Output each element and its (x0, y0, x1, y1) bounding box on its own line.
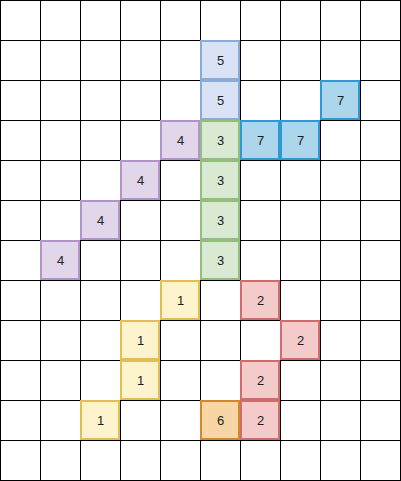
grid-cell-r6c4[interactable] (161, 241, 201, 281)
cell-number: 2 (257, 293, 264, 308)
cell-number: 4 (137, 173, 144, 188)
grid-cell-r0c9[interactable] (361, 1, 401, 41)
grid-cell-r7c4[interactable]: 1 (161, 281, 201, 321)
grid-cell-r6c0[interactable] (1, 241, 41, 281)
grid-cell-r9c2[interactable] (81, 361, 121, 401)
cell-number: 3 (217, 253, 224, 268)
grid-cell-r2c8[interactable]: 7 (321, 81, 361, 121)
grid-cell-r10c9[interactable] (361, 401, 401, 441)
cell-number: 1 (137, 373, 144, 388)
grid-cell-r2c9[interactable] (361, 81, 401, 121)
grid-cell-r0c5[interactable] (201, 1, 241, 41)
grid-cell-r7c2[interactable] (81, 281, 121, 321)
grid-cell-r10c7[interactable] (281, 401, 321, 441)
cell-number: 7 (337, 93, 344, 108)
grid-cell-r2c0[interactable] (1, 81, 41, 121)
grid-cell-r9c5[interactable] (201, 361, 241, 401)
grid-cell-r11c9[interactable] (361, 441, 401, 481)
grid-cell-r0c6[interactable] (241, 1, 281, 41)
grid-cell-r3c3[interactable] (121, 121, 161, 161)
grid-cell-r3c6[interactable]: 7 (241, 121, 281, 161)
grid-cell-r1c8[interactable] (321, 41, 361, 81)
cell-number: 3 (217, 133, 224, 148)
grid-cell-r11c2[interactable] (81, 441, 121, 481)
cell-number: 4 (57, 253, 64, 268)
grid-cell-r3c4[interactable]: 4 (161, 121, 201, 161)
grid-cell-r1c6[interactable] (241, 41, 281, 81)
grid-cell-r11c6[interactable] (241, 441, 281, 481)
grid-cell-r10c6[interactable]: 2 (241, 401, 281, 441)
grid-cell-r8c0[interactable] (1, 321, 41, 361)
grid-cell-r5c9[interactable] (361, 201, 401, 241)
grid-cell-r5c6[interactable] (241, 201, 281, 241)
grid-cell-r1c1[interactable] (41, 41, 81, 81)
grid-cell-r7c9[interactable] (361, 281, 401, 321)
grid-cell-r8c3[interactable]: 1 (121, 321, 161, 361)
grid-cell-r3c7[interactable]: 7 (281, 121, 321, 161)
grid-cell-r9c4[interactable] (161, 361, 201, 401)
grid-cell-r9c8[interactable] (321, 361, 361, 401)
grid-cell-r9c7[interactable] (281, 361, 321, 401)
grid-cell-r4c7[interactable] (281, 161, 321, 201)
grid-cell-r6c5[interactable]: 3 (201, 241, 241, 281)
grid-cell-r7c5[interactable] (201, 281, 241, 321)
grid-cell-r7c7[interactable] (281, 281, 321, 321)
grid-cell-r8c6[interactable] (241, 321, 281, 361)
cell-number: 3 (217, 173, 224, 188)
grid-cell-r7c1[interactable] (41, 281, 81, 321)
grid-cell-r0c7[interactable] (281, 1, 321, 41)
grid-cell-r1c5[interactable]: 5 (201, 41, 241, 81)
grid-cell-r5c2[interactable]: 4 (81, 201, 121, 241)
grid-cell-r10c4[interactable] (161, 401, 201, 441)
grid-cell-r7c3[interactable] (121, 281, 161, 321)
grid-cell-r7c0[interactable] (1, 281, 41, 321)
grid-cell-r10c5[interactable]: 6 (201, 401, 241, 441)
grid-cell-r0c1[interactable] (41, 1, 81, 41)
grid-cell-r5c5[interactable]: 3 (201, 201, 241, 241)
grid-cell-r1c9[interactable] (361, 41, 401, 81)
grid-cell-r2c2[interactable] (81, 81, 121, 121)
grid-cell-r4c1[interactable] (41, 161, 81, 201)
grid-cell-r2c1[interactable] (41, 81, 81, 121)
puzzle-board: 5574377434343121212162 (0, 0, 401, 481)
grid-cell-r3c9[interactable] (361, 121, 401, 161)
cell-number: 4 (177, 133, 184, 148)
grid-cell-r6c6[interactable] (241, 241, 281, 281)
grid-cell-r1c3[interactable] (121, 41, 161, 81)
cell-number: 3 (217, 213, 224, 228)
grid-cell-r11c8[interactable] (321, 441, 361, 481)
cell-number: 7 (297, 133, 304, 148)
grid-cell-r1c2[interactable] (81, 41, 121, 81)
grid-cell-r9c0[interactable] (1, 361, 41, 401)
grid-cell-r8c2[interactable] (81, 321, 121, 361)
puzzle-board-wrapper: 5574377434343121212162 (0, 0, 401, 481)
grid-cell-r4c9[interactable] (361, 161, 401, 201)
grid-cell-r6c1[interactable]: 4 (41, 241, 81, 281)
grid-cell-r8c1[interactable] (41, 321, 81, 361)
grid-cell-r8c7[interactable]: 2 (281, 321, 321, 361)
grid-cell-r6c3[interactable] (121, 241, 161, 281)
grid-cell-r11c7[interactable] (281, 441, 321, 481)
grid-cell-r2c3[interactable] (121, 81, 161, 121)
cell-number: 5 (217, 93, 224, 108)
grid-cell-r9c1[interactable] (41, 361, 81, 401)
grid-cell-r3c1[interactable] (41, 121, 81, 161)
grid-cell-r2c4[interactable] (161, 81, 201, 121)
grid-cell-r0c4[interactable] (161, 1, 201, 41)
grid-cell-r9c3[interactable]: 1 (121, 361, 161, 401)
cell-number: 2 (297, 333, 304, 348)
grid-cell-r10c3[interactable] (121, 401, 161, 441)
grid-cell-r11c4[interactable] (161, 441, 201, 481)
cell-number: 6 (217, 413, 224, 428)
grid-cell-r1c7[interactable] (281, 41, 321, 81)
grid-cell-r3c0[interactable] (1, 121, 41, 161)
grid-cell-r4c8[interactable] (321, 161, 361, 201)
grid-cell-r9c9[interactable] (361, 361, 401, 401)
grid-cell-r11c5[interactable] (201, 441, 241, 481)
cell-number: 1 (97, 413, 104, 428)
grid-cell-r6c8[interactable] (321, 241, 361, 281)
grid-cell-r0c0[interactable] (1, 1, 41, 41)
cell-number: 4 (97, 213, 104, 228)
grid-cell-r7c8[interactable] (321, 281, 361, 321)
cell-number: 1 (177, 293, 184, 308)
grid-cell-r3c8[interactable] (321, 121, 361, 161)
grid-cell-r4c6[interactable] (241, 161, 281, 201)
grid-cell-r11c1[interactable] (41, 441, 81, 481)
grid-cell-r3c5[interactable]: 3 (201, 121, 241, 161)
grid-cell-r4c5[interactable]: 3 (201, 161, 241, 201)
cell-number: 1 (137, 333, 144, 348)
grid-cell-r2c7[interactable] (281, 81, 321, 121)
grid-cell-r4c3[interactable]: 4 (121, 161, 161, 201)
grid-cell-r11c3[interactable] (121, 441, 161, 481)
grid-cell-r10c1[interactable] (41, 401, 81, 441)
grid-cell-r1c4[interactable] (161, 41, 201, 81)
grid-cell-r0c8[interactable] (321, 1, 361, 41)
grid-cell-r5c1[interactable] (41, 201, 81, 241)
grid-cell-r2c5[interactable]: 5 (201, 81, 241, 121)
grid-cell-r3c2[interactable] (81, 121, 121, 161)
grid-cell-r1c0[interactable] (1, 41, 41, 81)
grid-cell-r8c4[interactable] (161, 321, 201, 361)
grid-cell-r0c2[interactable] (81, 1, 121, 41)
grid-cell-r4c4[interactable] (161, 161, 201, 201)
grid-cell-r6c9[interactable] (361, 241, 401, 281)
grid-cell-r5c4[interactable] (161, 201, 201, 241)
grid-cell-r9c6[interactable]: 2 (241, 361, 281, 401)
grid-cell-r4c0[interactable] (1, 161, 41, 201)
cell-number: 5 (217, 53, 224, 68)
grid-cell-r6c2[interactable] (81, 241, 121, 281)
grid-cell-r10c2[interactable]: 1 (81, 401, 121, 441)
cell-number: 2 (257, 413, 264, 428)
grid-cell-r5c8[interactable] (321, 201, 361, 241)
grid-cell-r6c7[interactable] (281, 241, 321, 281)
cell-number: 7 (257, 133, 264, 148)
grid-cell-r5c3[interactable] (121, 201, 161, 241)
grid-cell-r11c0[interactable] (1, 441, 41, 481)
cell-number: 2 (257, 373, 264, 388)
grid-cell-r10c8[interactable] (321, 401, 361, 441)
grid-cell-r8c5[interactable] (201, 321, 241, 361)
grid-cell-r8c8[interactable] (321, 321, 361, 361)
grid-cell-r8c9[interactable] (361, 321, 401, 361)
grid-cell-r5c7[interactable] (281, 201, 321, 241)
grid-cell-r10c0[interactable] (1, 401, 41, 441)
grid-cell-r2c6[interactable] (241, 81, 281, 121)
grid-cell-r7c6[interactable]: 2 (241, 281, 281, 321)
grid-cell-r4c2[interactable] (81, 161, 121, 201)
grid-cell-r5c0[interactable] (1, 201, 41, 241)
grid-cell-r0c3[interactable] (121, 1, 161, 41)
